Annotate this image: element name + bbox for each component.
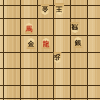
shogi-piece-sente-horse[interactable]: 馬: [24, 23, 34, 34]
gote-king-kanji: 王: [56, 6, 63, 13]
board-horizontal-line: [0, 5, 100, 6]
board-horizontal-line: [0, 18, 100, 19]
board-horizontal-line: [0, 85, 100, 86]
sente-gold-kanji: 金: [28, 40, 35, 47]
gote-gold-kanji: 金: [42, 6, 49, 13]
shogi-piece-sente-dragon[interactable]: 龍: [41, 38, 51, 49]
board-horizontal-line: [0, 52, 100, 53]
shogi-piece-gote-gold[interactable]: 金: [40, 4, 50, 15]
board-horizontal-line: [0, 98, 100, 99]
sente-silver-kanji: 銀: [75, 39, 82, 46]
board-horizontal-line: [0, 68, 100, 69]
shogi-board: 金王馬飛金龍銀歩: [0, 0, 100, 100]
shogi-piece-sente-gold[interactable]: 金: [26, 38, 36, 49]
gote-pawn-kanji: 歩: [54, 54, 61, 61]
sente-horse-kanji: 馬: [26, 25, 33, 32]
board-horizontal-line: [0, 35, 100, 36]
shogi-piece-gote-pawn[interactable]: 歩: [53, 52, 62, 63]
shogi-piece-sente-silver[interactable]: 銀: [73, 37, 83, 48]
shogi-piece-gote-rook[interactable]: 飛: [70, 22, 80, 33]
gote-rook-kanji: 飛: [72, 24, 79, 31]
sente-dragon-kanji: 龍: [43, 40, 50, 47]
shogi-piece-gote-king[interactable]: 王: [54, 3, 65, 15]
